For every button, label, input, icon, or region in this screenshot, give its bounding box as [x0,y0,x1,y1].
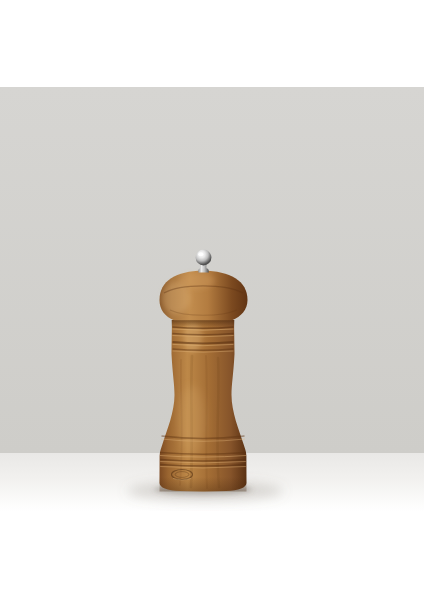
base-bottom-shading [160,477,247,492]
finial-ball-knob [196,250,212,266]
body-highlight [179,386,205,454]
finial-specular-highlight [198,252,203,256]
photo-canvas [0,0,424,600]
product-photo-stage: Product photo of a turned wooden pepper … [0,0,424,600]
cap-overhang-shadow [172,320,235,327]
mill-cap [160,271,248,320]
